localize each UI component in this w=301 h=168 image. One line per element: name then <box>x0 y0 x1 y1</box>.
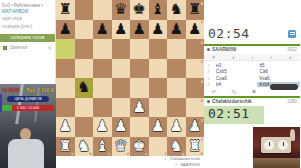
square-d1[interactable]: ♛d <box>112 137 131 157</box>
black-knight[interactable]: ♞ <box>75 78 94 97</box>
chess-clock-photo <box>253 127 300 168</box>
online-status-icon <box>207 100 210 103</box>
bottom-clock-time: 02:51 <box>204 106 264 121</box>
chat-settings-icon[interactable]: ✎ <box>48 45 52 51</box>
square-b7[interactable] <box>75 20 94 40</box>
move-1-black[interactable]: b5 <box>257 63 301 68</box>
square-a2[interactable]: ♟ <box>56 117 75 137</box>
move-1-white[interactable]: e3 <box>213 63 257 68</box>
move-2-black[interactable]: Сa6 <box>257 69 301 74</box>
rank-label: 6 <box>201 40 203 45</box>
square-h4[interactable]: 4 <box>186 78 205 98</box>
move-number: 2 <box>204 69 213 74</box>
square-h8[interactable]: ♜8 <box>186 0 205 20</box>
square-c7[interactable]: ♟ <box>93 20 112 40</box>
prev-move-icon[interactable]: ‹ <box>252 55 254 60</box>
white-pawn[interactable]: ♟ <box>130 98 149 117</box>
square-e6[interactable] <box>130 39 149 59</box>
square-d8[interactable]: ♛ <box>112 0 131 20</box>
overlay-pill <box>270 84 298 90</box>
square-g5[interactable] <box>167 59 186 79</box>
black-pawn[interactable]: ♟ <box>167 20 186 39</box>
bottom-player-name: Chelabizdurschik <box>212 99 285 104</box>
black-queen[interactable]: ♛ <box>112 0 131 19</box>
square-h7[interactable]: ♟7 <box>186 20 205 40</box>
donation-amount: 10 RUB <box>2 87 20 93</box>
black-king[interactable]: ♚ <box>130 0 149 19</box>
game-meta-text: 5+0 • Рейтинговая • <box>2 3 43 8</box>
chat-toggle-row[interactable]: Заметки ✎ <box>0 42 55 54</box>
square-c3[interactable] <box>93 98 112 118</box>
square-g3[interactable] <box>167 98 186 118</box>
standing-row: 2SAAR9059 <box>164 162 200 168</box>
resign-flag-icon[interactable]: ⚑ <box>251 89 256 95</box>
first-move-icon[interactable]: « <box>232 55 235 60</box>
square-h3[interactable]: 3 <box>186 98 205 118</box>
square-c6[interactable] <box>93 39 112 59</box>
black-knight[interactable]: ♞ <box>167 0 186 19</box>
black-bishop[interactable]: ♝ <box>149 0 168 19</box>
move-number: 3 <box>204 76 213 81</box>
rank-label: 2 <box>201 118 203 123</box>
black-pawn[interactable]: ♟ <box>56 20 75 39</box>
square-f6[interactable] <box>149 39 168 59</box>
square-g7[interactable]: ♟ <box>167 20 186 40</box>
square-f8[interactable]: ♝ <box>149 0 168 20</box>
square-e8[interactable]: ♚ <box>130 0 149 20</box>
square-d6[interactable] <box>112 39 131 59</box>
square-c4[interactable] <box>93 78 112 98</box>
clock-dial-right <box>278 140 288 150</box>
square-b3[interactable] <box>75 98 94 118</box>
rank-label: 8 <box>201 1 203 6</box>
top-player-name: SAAR9059 <box>212 47 285 52</box>
menu-icon[interactable]: ≡ <box>213 55 216 60</box>
game-info-sidebar: 5+0 • Рейтинговая • МАТЧИ/БОИ идёт игра … <box>0 0 56 84</box>
rank-label: 3 <box>201 98 203 103</box>
move-number: 4 <box>204 82 213 87</box>
clock-settings-icon[interactable] <box>288 30 296 38</box>
square-h6[interactable]: 6 <box>186 39 205 59</box>
square-g4[interactable] <box>167 78 186 98</box>
donation-goal-pill: ЦЕЛЬ ДОНАТОВ <box>7 96 49 102</box>
analog-clock-body <box>261 137 291 153</box>
square-h2[interactable]: ♟2 <box>186 117 205 137</box>
white-pawn[interactable]: ♟ <box>93 117 112 136</box>
square-f3[interactable] <box>149 98 168 118</box>
game-extra-text: позиция (счёт) <box>0 23 55 31</box>
move-row: 2Сxb5Сa6 <box>204 69 300 76</box>
bottom-player-rating: 1280 <box>287 99 297 104</box>
white-pawn[interactable]: ♟ <box>149 117 168 136</box>
clock-dial-left <box>264 140 274 150</box>
square-b6[interactable] <box>75 39 94 59</box>
move-3-white[interactable]: Сxa6 <box>213 76 257 81</box>
top-player-row[interactable]: SAAR9059 1932 <box>204 46 300 54</box>
square-f1[interactable]: f <box>149 137 168 157</box>
move-4-white[interactable]: b4 <box>213 82 257 87</box>
square-d5[interactable] <box>112 59 131 79</box>
chess-board[interactable]: ♜♛♚♝♞♜8♟♟♟♟♟♟♟765♞4♟3♟♟♟♟♟♟2♜a♞b♝c♛d♚ef♞… <box>56 0 204 156</box>
white-pawn[interactable]: ♟ <box>112 117 131 136</box>
square-g6[interactable] <box>167 39 186 59</box>
square-g1[interactable]: ♞g <box>167 137 186 157</box>
top-player-rating: 1932 <box>287 47 297 52</box>
move-row: 3Сxa6Кxa6 <box>204 75 300 82</box>
top-clock-time: 02:54 <box>204 26 300 41</box>
square-a6[interactable] <box>56 39 75 59</box>
move-row: 1e3b5 <box>204 62 300 69</box>
square-c5[interactable] <box>93 59 112 79</box>
black-pawn[interactable]: ♟ <box>130 20 149 39</box>
online-status-icon <box>207 48 210 51</box>
standings-list: 1Chelabizdurschik2SAAR9059 <box>164 156 200 168</box>
square-a1[interactable]: ♜a <box>56 137 75 157</box>
square-c8[interactable] <box>93 0 112 20</box>
donation-donor: Бур – 100 ₽ <box>26 87 54 93</box>
square-b8[interactable] <box>75 0 94 20</box>
chat-status-icon <box>3 46 7 50</box>
square-d3[interactable] <box>112 98 131 118</box>
square-f4[interactable] <box>149 78 168 98</box>
square-a7[interactable]: ♟ <box>56 20 75 40</box>
white-pawn[interactable]: ♟ <box>167 117 186 136</box>
square-b5[interactable] <box>75 59 94 79</box>
square-b2[interactable] <box>75 117 94 137</box>
square-g8[interactable]: ♞ <box>167 0 186 20</box>
square-d7[interactable]: ♟ <box>112 20 131 40</box>
move-2-white[interactable]: Сxb5 <box>213 69 257 74</box>
game-status-text: идёт игра <box>0 15 55 23</box>
square-a3[interactable] <box>56 98 75 118</box>
game-action-bar: ↶½⚑ <box>204 88 264 96</box>
square-d2[interactable]: ♟ <box>112 117 131 137</box>
white-pawn[interactable]: ♟ <box>56 117 75 136</box>
next-move-icon[interactable]: › <box>270 55 272 60</box>
game-side-panel: 02:54 SAAR9059 1932 ≡«‹›» 1e3b52Сxb5Сa63… <box>204 0 300 168</box>
square-e7[interactable]: ♟ <box>130 20 149 40</box>
square-c2[interactable]: ♟ <box>93 117 112 137</box>
square-b1[interactable]: ♞b <box>75 137 94 157</box>
rank-label: 7 <box>201 20 203 25</box>
square-a5[interactable] <box>56 59 75 79</box>
square-a4[interactable] <box>56 78 75 98</box>
standing-number: 2 <box>175 162 177 168</box>
app-window: 5+0 • Рейтинговая • МАТЧИ/БОИ идёт игра … <box>0 0 300 168</box>
square-e2[interactable] <box>130 117 149 137</box>
standing-name: SAAR9059 <box>180 162 200 168</box>
takeback-icon[interactable]: ↶ <box>212 89 217 95</box>
black-pawn[interactable]: ♟ <box>93 20 112 39</box>
black-pawn[interactable]: ♟ <box>149 20 168 39</box>
chat-label: Заметки <box>10 45 45 50</box>
donation-progress-text: 1 500 / 10 000 <box>2 105 54 111</box>
bottom-player-clock-active: 02:51 <box>204 106 264 124</box>
move-number: 1 <box>204 63 213 68</box>
square-a8[interactable]: ♜ <box>56 0 75 20</box>
donation-row: 10 RUB Бур – 100 ₽ <box>0 87 56 93</box>
bottom-player-row[interactable]: Chelabizdurschik 1280 <box>204 98 300 106</box>
game-meta: 5+0 • Рейтинговая • МАТЧИ/БОИ <box>0 0 55 15</box>
square-e5[interactable] <box>130 59 149 79</box>
square-h5[interactable]: 5 <box>186 59 205 79</box>
black-rook[interactable]: ♜ <box>56 0 75 19</box>
streamer-webcam: 10 RUB Бур – 100 ₽ ЦЕЛЬ ДОНАТОВ 1 500 / … <box>0 84 56 168</box>
opponent-ready-banner[interactable]: соперник готов <box>0 34 55 42</box>
square-e3[interactable]: ♟ <box>130 98 149 118</box>
black-pawn[interactable]: ♟ <box>112 20 131 39</box>
tournament-link[interactable]: МАТЧИ/БОИ <box>2 9 28 14</box>
rank-label: 5 <box>201 59 203 64</box>
underboard-strip: 1Chelabizdurschik2SAAR9059 <box>56 156 204 168</box>
last-move-icon[interactable]: » <box>289 55 292 60</box>
move-3-black[interactable]: Кxa6 <box>257 76 301 81</box>
square-f7[interactable]: ♟ <box>149 20 168 40</box>
square-f2[interactable]: ♟ <box>149 117 168 137</box>
square-d4[interactable] <box>112 78 131 98</box>
square-c1[interactable]: ♝c <box>93 137 112 157</box>
top-player-clock: 02:54 <box>204 26 300 44</box>
square-h1[interactable]: ♜h1 <box>186 137 205 157</box>
square-e4[interactable] <box>130 78 149 98</box>
square-e1[interactable]: ♚e <box>130 137 149 157</box>
standing-number: 1 <box>164 156 166 162</box>
draw-offer-icon[interactable]: ½ <box>232 89 237 95</box>
rank-label: 1 <box>201 137 203 142</box>
square-g2[interactable]: ♟ <box>167 117 186 137</box>
square-b4[interactable]: ♞ <box>75 78 94 98</box>
streamer-body <box>8 139 44 168</box>
photo-table <box>253 158 300 168</box>
rank-label: 4 <box>201 79 203 84</box>
move-nav-bar: ≡«‹›» <box>204 54 300 61</box>
square-f5[interactable] <box>149 59 168 79</box>
donation-progress-bar: 1 500 / 10 000 <box>2 105 54 111</box>
